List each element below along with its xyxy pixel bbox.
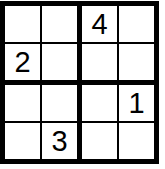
- cell-r3c0[interactable]: [5, 123, 42, 159]
- cell-r2c2[interactable]: [82, 85, 119, 123]
- cell-r1c0: 2: [5, 44, 42, 85]
- cell-r3c2[interactable]: [82, 123, 119, 159]
- cell-r1c2[interactable]: [82, 44, 119, 85]
- cell-r0c3[interactable]: [119, 6, 154, 44]
- cell-r1c3[interactable]: [119, 44, 154, 85]
- sudoku-board: 4 2 1 3: [0, 1, 159, 164]
- cell-r0c2: 4: [82, 6, 119, 44]
- sudoku-board-container: 4 2 1 3: [0, 1, 159, 164]
- cell-r3c1: 3: [42, 123, 82, 159]
- cell-r0c0[interactable]: [5, 6, 42, 44]
- cell-r2c3: 1: [119, 85, 154, 123]
- cell-r2c0[interactable]: [5, 85, 42, 123]
- cell-r2c1[interactable]: [42, 85, 82, 123]
- cell-r3c3[interactable]: [119, 123, 154, 159]
- cell-r0c1[interactable]: [42, 6, 82, 44]
- cell-r1c1[interactable]: [42, 44, 82, 85]
